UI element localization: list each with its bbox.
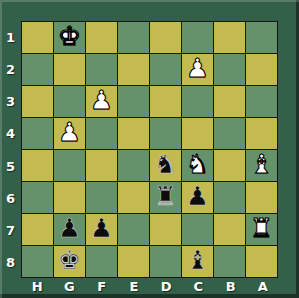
file-label-g: G [53, 277, 85, 296]
square-f5[interactable] [86, 150, 117, 181]
rank-label-5: 5 [0, 150, 21, 182]
square-d4[interactable] [150, 118, 181, 149]
square-e8[interactable] [118, 246, 149, 277]
square-e4[interactable] [118, 118, 149, 149]
square-f1[interactable] [86, 22, 117, 53]
square-g8[interactable]: ♚ [54, 246, 85, 277]
piece-black-pawn[interactable]: ♟ [186, 181, 209, 212]
square-h1[interactable] [22, 22, 53, 53]
square-d5[interactable]: ♞ [150, 150, 181, 181]
square-a4[interactable] [246, 118, 277, 149]
square-a1[interactable] [246, 22, 277, 53]
file-label-a: A [247, 277, 279, 296]
piece-white-rook[interactable]: ♜ [250, 213, 273, 244]
square-f3[interactable]: ♟ [86, 86, 117, 117]
piece-white-pawn[interactable]: ♟ [186, 53, 209, 84]
square-d3[interactable] [150, 86, 181, 117]
piece-black-pawn[interactable]: ♟ [58, 213, 81, 244]
rank-label-4: 4 [0, 118, 21, 150]
rank-label-3: 3 [0, 86, 21, 118]
square-b7[interactable] [214, 214, 245, 245]
square-a3[interactable] [246, 86, 277, 117]
square-e3[interactable] [118, 86, 149, 117]
square-f8[interactable] [86, 246, 117, 277]
rank-label-1: 1 [0, 21, 21, 53]
rank-label-8: 8 [0, 247, 21, 279]
square-c6[interactable]: ♟ [182, 182, 213, 213]
piece-black-knight[interactable]: ♞ [154, 149, 177, 180]
file-label-e: E [118, 277, 150, 296]
rank-label-7: 7 [0, 215, 21, 247]
rank-labels: 12345678 [0, 21, 21, 279]
square-b1[interactable] [214, 22, 245, 53]
file-labels: HGFEDCBA [21, 277, 279, 296]
square-b2[interactable] [214, 54, 245, 85]
square-d8[interactable] [150, 246, 181, 277]
square-e1[interactable] [118, 22, 149, 53]
square-e5[interactable] [118, 150, 149, 181]
square-d2[interactable] [150, 54, 181, 85]
file-label-c: C [182, 277, 214, 296]
piece-white-king[interactable]: ♚ [58, 21, 81, 52]
square-c7[interactable] [182, 214, 213, 245]
piece-white-knight[interactable]: ♞ [186, 149, 209, 180]
square-c3[interactable] [182, 86, 213, 117]
file-label-b: B [215, 277, 247, 296]
square-b5[interactable] [214, 150, 245, 181]
square-c5[interactable]: ♞ [182, 150, 213, 181]
square-e7[interactable] [118, 214, 149, 245]
rank-label-6: 6 [0, 182, 21, 214]
square-h5[interactable] [22, 150, 53, 181]
square-f2[interactable] [86, 54, 117, 85]
square-g3[interactable] [54, 86, 85, 117]
square-b6[interactable] [214, 182, 245, 213]
square-d1[interactable] [150, 22, 181, 53]
square-g6[interactable] [54, 182, 85, 213]
square-e2[interactable] [118, 54, 149, 85]
square-h2[interactable] [22, 54, 53, 85]
square-a6[interactable] [246, 182, 277, 213]
chess-board: ♚♟♟♟♞♞♝♜♟♟♟♜♚♝ [21, 21, 278, 278]
square-h4[interactable] [22, 118, 53, 149]
square-g4[interactable]: ♟ [54, 118, 85, 149]
piece-white-pawn[interactable]: ♟ [58, 117, 81, 148]
square-a8[interactable] [246, 246, 277, 277]
chess-board-frame: 12345678 ♚♟♟♟♞♞♝♜♟♟♟♜♚♝ HGFEDCBA [0, 0, 299, 298]
square-b4[interactable] [214, 118, 245, 149]
square-a7[interactable]: ♜ [246, 214, 277, 245]
square-a5[interactable]: ♝ [246, 150, 277, 181]
square-f7[interactable]: ♟ [86, 214, 117, 245]
square-h6[interactable] [22, 182, 53, 213]
piece-black-king[interactable]: ♚ [58, 245, 81, 276]
square-d6[interactable]: ♜ [150, 182, 181, 213]
file-label-d: D [150, 277, 182, 296]
square-c2[interactable]: ♟ [182, 54, 213, 85]
square-f6[interactable] [86, 182, 117, 213]
square-a2[interactable] [246, 54, 277, 85]
piece-black-rook[interactable]: ♜ [154, 181, 177, 212]
square-c1[interactable] [182, 22, 213, 53]
square-h7[interactable] [22, 214, 53, 245]
square-e6[interactable] [118, 182, 149, 213]
square-b3[interactable] [214, 86, 245, 117]
piece-white-bishop[interactable]: ♝ [250, 149, 273, 180]
rank-label-2: 2 [0, 53, 21, 85]
square-g1[interactable]: ♚ [54, 22, 85, 53]
square-h3[interactable] [22, 86, 53, 117]
piece-black-bishop[interactable]: ♝ [186, 245, 209, 276]
file-label-h: H [21, 277, 53, 296]
square-g5[interactable] [54, 150, 85, 181]
square-g2[interactable] [54, 54, 85, 85]
piece-white-pawn[interactable]: ♟ [90, 85, 113, 116]
square-h8[interactable] [22, 246, 53, 277]
square-g7[interactable]: ♟ [54, 214, 85, 245]
piece-black-pawn[interactable]: ♟ [90, 213, 113, 244]
square-c8[interactable]: ♝ [182, 246, 213, 277]
file-label-f: F [86, 277, 118, 296]
square-d7[interactable] [150, 214, 181, 245]
square-f4[interactable] [86, 118, 117, 149]
square-c4[interactable] [182, 118, 213, 149]
square-b8[interactable] [214, 246, 245, 277]
